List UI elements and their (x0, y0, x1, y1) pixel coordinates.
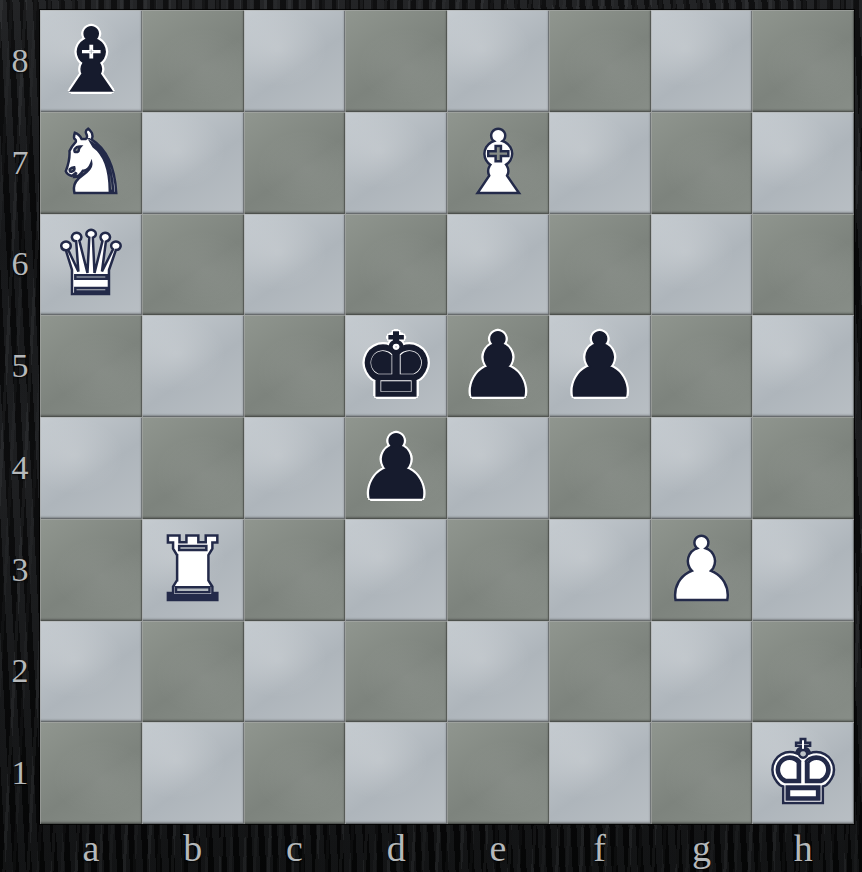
square-f3[interactable] (549, 519, 651, 621)
rank-labels: 87654321 (0, 10, 40, 824)
square-f5[interactable]: ♟ (549, 315, 651, 417)
square-a1[interactable] (40, 722, 142, 824)
rank-label-3: 3 (0, 519, 40, 621)
square-e7[interactable]: ♝ (447, 112, 549, 214)
rank-label-6: 6 (0, 214, 40, 316)
white-bishop-e7[interactable]: ♝ (447, 112, 549, 214)
square-f1[interactable] (549, 722, 651, 824)
board-frame: 87654321 ♝♞♝♛♚♟♟♟♜♟♚ abcdefgh (0, 0, 862, 872)
square-d6[interactable] (345, 214, 447, 316)
square-g1[interactable] (651, 722, 753, 824)
square-d4[interactable]: ♟ (345, 417, 447, 519)
square-h8[interactable] (752, 10, 854, 112)
square-d8[interactable] (345, 10, 447, 112)
file-label-e: e (447, 824, 549, 872)
rank-label-4: 4 (0, 417, 40, 519)
file-label-d: d (345, 824, 447, 872)
square-b5[interactable] (142, 315, 244, 417)
square-g2[interactable] (651, 621, 753, 723)
square-c7[interactable] (244, 112, 346, 214)
square-c3[interactable] (244, 519, 346, 621)
square-h5[interactable] (752, 315, 854, 417)
square-f8[interactable] (549, 10, 651, 112)
chess-board: ♝♞♝♛♚♟♟♟♜♟♚ (40, 10, 854, 824)
square-h7[interactable] (752, 112, 854, 214)
square-g8[interactable] (651, 10, 753, 112)
square-a5[interactable] (40, 315, 142, 417)
square-d2[interactable] (345, 621, 447, 723)
square-a4[interactable] (40, 417, 142, 519)
file-label-g: g (651, 824, 753, 872)
square-g6[interactable] (651, 214, 753, 316)
square-e1[interactable] (447, 722, 549, 824)
square-b8[interactable] (142, 10, 244, 112)
file-label-a: a (40, 824, 142, 872)
square-f6[interactable] (549, 214, 651, 316)
rank-label-7: 7 (0, 112, 40, 214)
black-king-d5[interactable]: ♚ (345, 315, 447, 417)
square-h3[interactable] (752, 519, 854, 621)
square-c4[interactable] (244, 417, 346, 519)
rank-label-8: 8 (0, 10, 40, 112)
square-c8[interactable] (244, 10, 346, 112)
rank-label-5: 5 (0, 315, 40, 417)
square-g3[interactable]: ♟ (651, 519, 753, 621)
square-c2[interactable] (244, 621, 346, 723)
file-label-f: f (549, 824, 651, 872)
square-f2[interactable] (549, 621, 651, 723)
square-c1[interactable] (244, 722, 346, 824)
white-rook-b3[interactable]: ♜ (142, 519, 244, 621)
square-f7[interactable] (549, 112, 651, 214)
square-b6[interactable] (142, 214, 244, 316)
square-g7[interactable] (651, 112, 753, 214)
square-h1[interactable]: ♚ (752, 722, 854, 824)
square-a8[interactable]: ♝ (40, 10, 142, 112)
file-label-c: c (244, 824, 346, 872)
square-b3[interactable]: ♜ (142, 519, 244, 621)
rank-label-1: 1 (0, 722, 40, 824)
square-e8[interactable] (447, 10, 549, 112)
white-queen-a6[interactable]: ♛ (40, 214, 142, 316)
black-pawn-d4[interactable]: ♟ (345, 417, 447, 519)
file-labels: abcdefgh (40, 824, 854, 872)
white-king-h1[interactable]: ♚ (752, 722, 854, 824)
square-e3[interactable] (447, 519, 549, 621)
square-h4[interactable] (752, 417, 854, 519)
black-pawn-f5[interactable]: ♟ (549, 315, 651, 417)
square-c5[interactable] (244, 315, 346, 417)
white-knight-a7[interactable]: ♞ (40, 112, 142, 214)
square-g4[interactable] (651, 417, 753, 519)
file-label-h: h (752, 824, 854, 872)
square-b2[interactable] (142, 621, 244, 723)
black-bishop-a8[interactable]: ♝ (40, 10, 142, 112)
square-e2[interactable] (447, 621, 549, 723)
white-pawn-g3[interactable]: ♟ (651, 519, 753, 621)
file-label-b: b (142, 824, 244, 872)
square-b1[interactable] (142, 722, 244, 824)
square-d1[interactable] (345, 722, 447, 824)
rank-label-2: 2 (0, 621, 40, 723)
square-d5[interactable]: ♚ (345, 315, 447, 417)
square-g5[interactable] (651, 315, 753, 417)
square-c6[interactable] (244, 214, 346, 316)
square-d7[interactable] (345, 112, 447, 214)
square-f4[interactable] (549, 417, 651, 519)
square-e5[interactable]: ♟ (447, 315, 549, 417)
square-a2[interactable] (40, 621, 142, 723)
square-a3[interactable] (40, 519, 142, 621)
square-d3[interactable] (345, 519, 447, 621)
square-e6[interactable] (447, 214, 549, 316)
square-h6[interactable] (752, 214, 854, 316)
square-b7[interactable] (142, 112, 244, 214)
square-h2[interactable] (752, 621, 854, 723)
square-a7[interactable]: ♞ (40, 112, 142, 214)
square-e4[interactable] (447, 417, 549, 519)
square-a6[interactable]: ♛ (40, 214, 142, 316)
square-b4[interactable] (142, 417, 244, 519)
black-pawn-e5[interactable]: ♟ (447, 315, 549, 417)
